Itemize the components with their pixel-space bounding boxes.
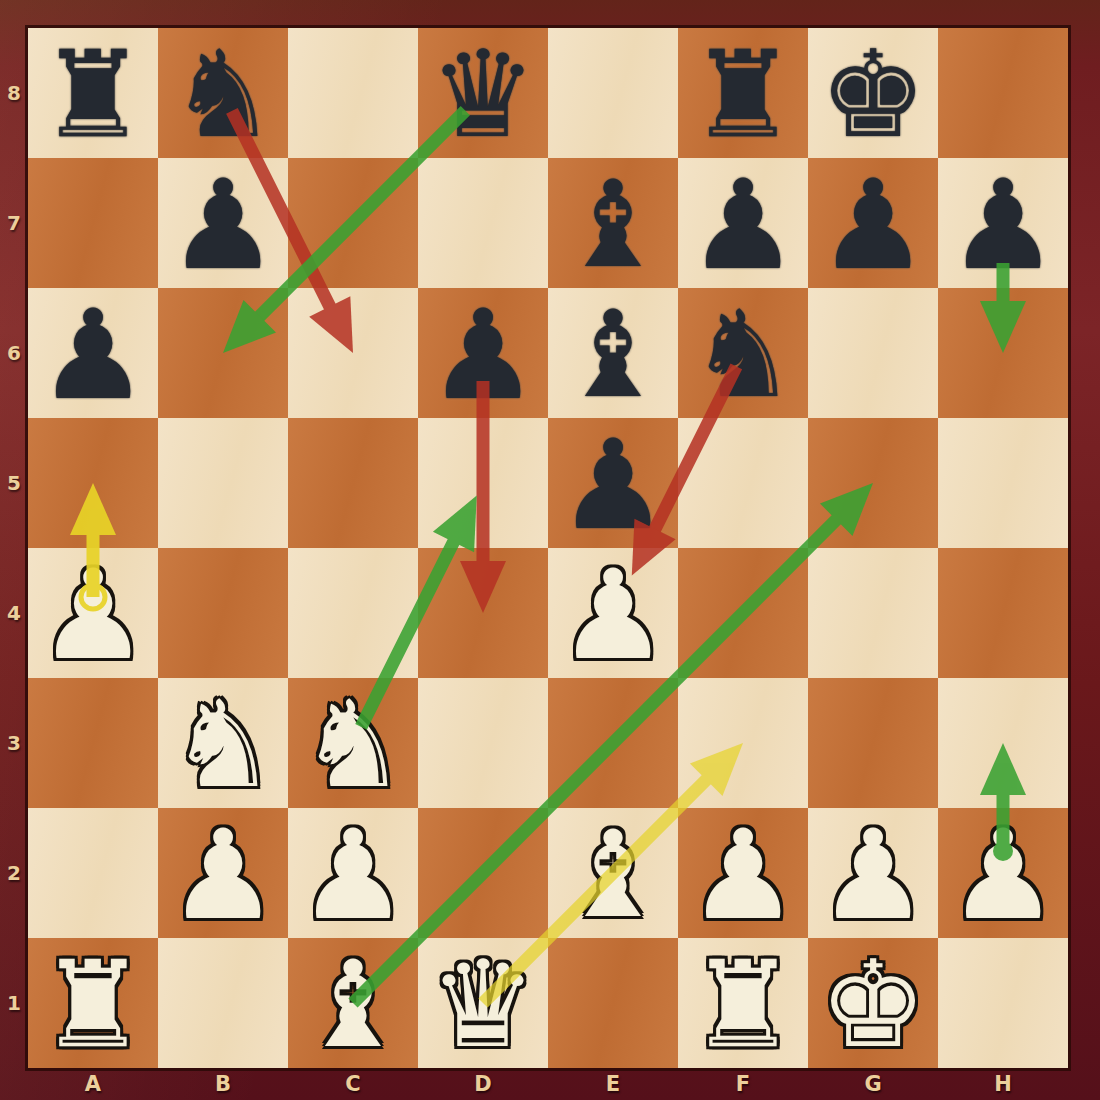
file-label-e: E bbox=[548, 1068, 678, 1100]
file-label-b: B bbox=[158, 1068, 288, 1100]
white-pawn-e4[interactable]: ♟ bbox=[548, 550, 678, 680]
black-pawn-f7[interactable]: ♟ bbox=[678, 160, 808, 290]
square-f5[interactable] bbox=[678, 418, 808, 548]
square-d5[interactable] bbox=[418, 418, 548, 548]
rank-label-2: 2 bbox=[0, 808, 28, 938]
black-queen-d8[interactable]: ♛ bbox=[418, 30, 548, 160]
black-knight-f6[interactable]: ♞ bbox=[678, 290, 808, 420]
rank-label-7: 7 bbox=[0, 158, 28, 288]
black-knight-b8[interactable]: ♞ bbox=[158, 30, 288, 160]
rank-label-3: 3 bbox=[0, 678, 28, 808]
black-pawn-d6[interactable]: ♟ bbox=[418, 290, 548, 420]
black-pawn-g7[interactable]: ♟ bbox=[808, 160, 938, 290]
white-pawn-h2[interactable]: ♟ bbox=[938, 810, 1068, 940]
white-pawn-f2[interactable]: ♟ bbox=[678, 810, 808, 940]
square-h1[interactable] bbox=[938, 938, 1068, 1068]
rank-label-6: 6 bbox=[0, 288, 28, 418]
rank-label-4: 4 bbox=[0, 548, 28, 678]
rank-label-8: 8 bbox=[0, 28, 28, 158]
white-bishop-c1[interactable]: ♝ bbox=[288, 940, 418, 1070]
file-label-f: F bbox=[678, 1068, 808, 1100]
square-e3[interactable] bbox=[548, 678, 678, 808]
black-king-g8[interactable]: ♚ bbox=[808, 30, 938, 160]
square-g3[interactable] bbox=[808, 678, 938, 808]
square-g4[interactable] bbox=[808, 548, 938, 678]
white-queen-d1[interactable]: ♛ bbox=[418, 940, 548, 1070]
black-pawn-b7[interactable]: ♟ bbox=[158, 160, 288, 290]
square-h5[interactable] bbox=[938, 418, 1068, 548]
black-rook-f8[interactable]: ♜ bbox=[678, 30, 808, 160]
white-knight-b3[interactable]: ♞ bbox=[158, 680, 288, 810]
square-c7[interactable] bbox=[288, 158, 418, 288]
black-rook-a8[interactable]: ♜ bbox=[28, 30, 158, 160]
white-pawn-g2[interactable]: ♟ bbox=[808, 810, 938, 940]
black-pawn-e5[interactable]: ♟ bbox=[548, 420, 678, 550]
white-rook-f1[interactable]: ♜ bbox=[678, 940, 808, 1070]
square-c6[interactable] bbox=[288, 288, 418, 418]
square-c8[interactable] bbox=[288, 28, 418, 158]
square-b6[interactable] bbox=[158, 288, 288, 418]
white-pawn-c2[interactable]: ♟ bbox=[288, 810, 418, 940]
square-h6[interactable] bbox=[938, 288, 1068, 418]
square-e1[interactable] bbox=[548, 938, 678, 1068]
square-c5[interactable] bbox=[288, 418, 418, 548]
white-bishop-e2[interactable]: ♝ bbox=[548, 810, 678, 940]
square-d4[interactable] bbox=[418, 548, 548, 678]
square-d7[interactable] bbox=[418, 158, 548, 288]
square-a3[interactable] bbox=[28, 678, 158, 808]
white-king-g1[interactable]: ♚ bbox=[808, 940, 938, 1070]
white-pawn-a4[interactable]: ♟ bbox=[28, 550, 158, 680]
square-f4[interactable] bbox=[678, 548, 808, 678]
square-b4[interactable] bbox=[158, 548, 288, 678]
square-a2[interactable] bbox=[28, 808, 158, 938]
black-bishop-e6[interactable]: ♝ bbox=[548, 290, 678, 420]
square-a7[interactable] bbox=[28, 158, 158, 288]
file-label-g: G bbox=[808, 1068, 938, 1100]
white-knight-c3[interactable]: ♞ bbox=[288, 680, 418, 810]
square-h4[interactable] bbox=[938, 548, 1068, 678]
square-h8[interactable] bbox=[938, 28, 1068, 158]
file-label-c: C bbox=[288, 1068, 418, 1100]
square-g6[interactable] bbox=[808, 288, 938, 418]
rank-label-1: 1 bbox=[0, 938, 28, 1068]
black-pawn-a6[interactable]: ♟ bbox=[28, 290, 158, 420]
square-f3[interactable] bbox=[678, 678, 808, 808]
file-label-d: D bbox=[418, 1068, 548, 1100]
white-pawn-b2[interactable]: ♟ bbox=[158, 810, 288, 940]
chess-board-frame: ♜♞♛♜♚♟♝♟♟♟♟♟♝♞♟♟♟♞♞♟♟♝♟♟♟♜♝♛♜♚ 87654321A… bbox=[0, 0, 1100, 1100]
square-d2[interactable] bbox=[418, 808, 548, 938]
black-pawn-h7[interactable]: ♟ bbox=[938, 160, 1068, 290]
square-d3[interactable] bbox=[418, 678, 548, 808]
square-b1[interactable] bbox=[158, 938, 288, 1068]
square-h3[interactable] bbox=[938, 678, 1068, 808]
square-a5[interactable] bbox=[28, 418, 158, 548]
rank-label-5: 5 bbox=[0, 418, 28, 548]
white-rook-a1[interactable]: ♜ bbox=[28, 940, 158, 1070]
file-label-a: A bbox=[28, 1068, 158, 1100]
square-b5[interactable] bbox=[158, 418, 288, 548]
square-g5[interactable] bbox=[808, 418, 938, 548]
square-e8[interactable] bbox=[548, 28, 678, 158]
black-bishop-e7[interactable]: ♝ bbox=[548, 160, 678, 290]
file-label-h: H bbox=[938, 1068, 1068, 1100]
square-c4[interactable] bbox=[288, 548, 418, 678]
